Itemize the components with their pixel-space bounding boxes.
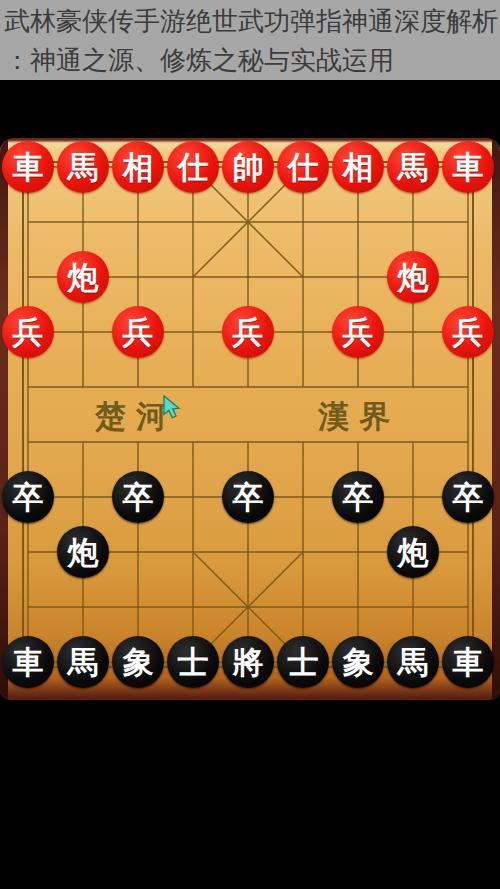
piece-red-soldier[interactable]: 兵: [2, 306, 54, 358]
piece-red-horse[interactable]: 馬: [387, 141, 439, 193]
board-grid: [0, 138, 500, 700]
piece-black-advisor[interactable]: 士: [167, 636, 219, 688]
piece-black-soldier[interactable]: 卒: [222, 471, 274, 523]
piece-black-elephant[interactable]: 象: [332, 636, 384, 688]
piece-red-chariot[interactable]: 車: [2, 141, 54, 193]
bottom-black-band: [0, 700, 500, 889]
piece-black-advisor[interactable]: 士: [277, 636, 329, 688]
piece-red-chariot[interactable]: 車: [442, 141, 494, 193]
piece-black-soldier[interactable]: 卒: [2, 471, 54, 523]
piece-black-soldier[interactable]: 卒: [112, 471, 164, 523]
page-title: 武林豪侠传手游绝世武功弹指神通深度解析 ：神通之源、修炼之秘与实战运用: [0, 0, 500, 80]
piece-red-advisor[interactable]: 仕: [167, 141, 219, 193]
piece-red-advisor[interactable]: 仕: [277, 141, 329, 193]
piece-red-cannon[interactable]: 炮: [387, 251, 439, 303]
xiangqi-board[interactable]: 楚河 漢界 車馬相仕帥仕相馬車炮炮兵兵兵兵兵卒卒卒卒卒炮炮車馬象士將士象馬車: [0, 138, 500, 700]
mouse-cursor-icon: [162, 395, 182, 421]
piece-red-soldier[interactable]: 兵: [112, 306, 164, 358]
board-right-rim: [492, 138, 500, 700]
top-black-band: [0, 80, 500, 138]
piece-red-general[interactable]: 帥: [222, 141, 274, 193]
piece-black-cannon[interactable]: 炮: [57, 526, 109, 578]
piece-black-chariot[interactable]: 車: [442, 636, 494, 688]
page-title-line2: ：神通之源、修炼之秘与实战运用: [4, 41, 500, 80]
piece-black-horse[interactable]: 馬: [387, 636, 439, 688]
piece-black-cannon[interactable]: 炮: [387, 526, 439, 578]
piece-red-cannon[interactable]: 炮: [57, 251, 109, 303]
piece-black-horse[interactable]: 馬: [57, 636, 109, 688]
river-label-han: 漢界: [318, 396, 400, 438]
board-left-rim: [0, 138, 8, 700]
piece-red-horse[interactable]: 馬: [57, 141, 109, 193]
piece-black-chariot[interactable]: 車: [2, 636, 54, 688]
piece-red-elephant[interactable]: 相: [332, 141, 384, 193]
piece-red-elephant[interactable]: 相: [112, 141, 164, 193]
piece-red-soldier[interactable]: 兵: [442, 306, 494, 358]
piece-red-soldier[interactable]: 兵: [222, 306, 274, 358]
page-title-line1: 武林豪侠传手游绝世武功弹指神通深度解析: [4, 2, 500, 41]
piece-black-elephant[interactable]: 象: [112, 636, 164, 688]
piece-red-soldier[interactable]: 兵: [332, 306, 384, 358]
piece-black-soldier[interactable]: 卒: [332, 471, 384, 523]
piece-black-soldier[interactable]: 卒: [442, 471, 494, 523]
piece-black-general[interactable]: 將: [222, 636, 274, 688]
